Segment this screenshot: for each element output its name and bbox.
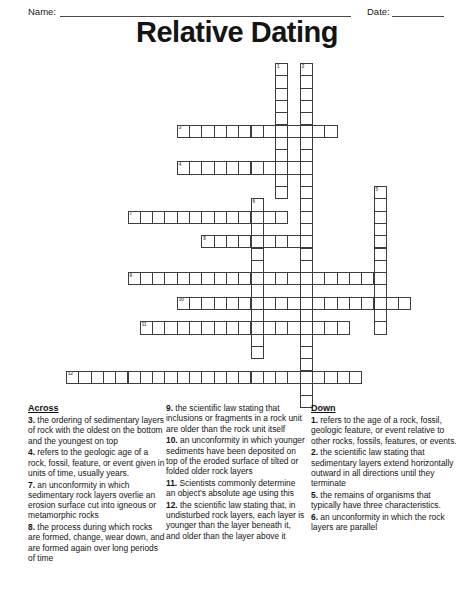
grid-cell[interactable] [300,211,313,224]
grid-cell[interactable] [386,297,399,310]
grid-cell[interactable] [300,137,313,150]
clue-number: 8. [28,522,37,532]
grid-cell[interactable] [374,309,387,322]
grid-cell[interactable] [349,371,362,384]
grid-cell[interactable] [238,161,251,174]
grid-cell[interactable] [214,321,227,334]
grid-cell[interactable] [128,371,141,384]
grid-cell[interactable] [374,272,387,285]
grid-cell[interactable] [263,161,276,174]
grid-cell[interactable] [177,211,190,224]
grid-cell[interactable] [374,321,387,334]
grid-cell[interactable] [300,88,313,101]
grid-cell[interactable] [275,211,288,224]
grid-cell[interactable] [300,112,313,125]
grid-cell[interactable] [251,248,264,261]
grid-cell[interactable]: 4 [177,161,190,174]
grid-cell[interactable] [152,371,165,384]
grid-cell[interactable] [287,161,300,174]
grid-cell[interactable] [275,88,288,101]
grid-cell[interactable] [300,100,313,113]
grid-cell[interactable] [251,125,264,138]
grid-cell[interactable] [287,272,300,285]
grid-cell[interactable] [214,235,227,248]
grid-cell[interactable] [300,75,313,88]
grid-cell[interactable] [287,125,300,138]
grid-cell[interactable] [251,260,264,273]
grid-cell[interactable] [251,297,264,310]
grid-cell[interactable] [140,272,153,285]
grid-cell[interactable] [189,272,202,285]
grid-cell[interactable] [103,371,116,384]
grid-cell[interactable] [275,75,288,88]
grid-cell[interactable] [226,371,239,384]
grid-cell[interactable] [374,235,387,248]
grid-cell[interactable] [374,297,387,310]
grid-cell[interactable] [177,371,190,384]
grid-cell[interactable] [324,321,337,334]
grid-cell[interactable] [251,284,264,297]
grid-cell[interactable] [324,125,337,138]
grid-cell[interactable] [164,371,177,384]
grid-cell[interactable] [263,371,276,384]
grid-cell[interactable] [275,297,288,310]
grid-cell[interactable] [189,371,202,384]
grid-cell[interactable] [251,321,264,334]
grid-cell[interactable] [189,161,202,174]
grid-cell[interactable] [300,358,313,371]
grid-cell[interactable] [152,272,165,285]
clue-item-1: 1. refers to the age of a rock, fossil, … [311,415,457,446]
down-clues-list: 1. refers to the age of a rock, fossil, … [311,415,457,532]
grid-cell[interactable] [275,272,288,285]
grid-cell[interactable] [201,321,214,334]
clue-item-8: 8. the process during which rocks are fo… [28,522,165,563]
crossword-grid: 123456789101112 [66,63,412,409]
grid-cell[interactable] [214,371,227,384]
grid-cell[interactable] [152,211,165,224]
grid-cell[interactable] [349,297,362,310]
grid-cell[interactable]: 8 [201,235,214,248]
cell-number: 4 [179,163,182,168]
grid-cell[interactable]: 10 [177,297,190,310]
clue-item-9: 9. the scientific law stating that inclu… [166,403,307,434]
grid-cell[interactable] [263,125,276,138]
grid-cell[interactable]: 3 [177,125,190,138]
grid-cell[interactable] [312,272,325,285]
grid-cell[interactable]: 11 [140,321,153,334]
grid-cell[interactable] [374,211,387,224]
grid-cell[interactable] [275,100,288,113]
clue-number: 6. [311,512,320,522]
grid-cell[interactable] [226,161,239,174]
grid-cell[interactable] [374,223,387,236]
clue-item-7: 7. an unconformity in which sedimentary … [28,480,165,521]
grid-cell[interactable] [238,321,251,334]
grid-cell[interactable] [189,211,202,224]
grid-cell[interactable] [214,161,227,174]
grid-cell[interactable] [275,125,288,138]
grid-cell[interactable] [374,260,387,273]
grid-cell[interactable] [164,272,177,285]
grid-cell[interactable] [226,125,239,138]
grid-cell[interactable] [251,211,264,224]
across-clues-part2: 9. the scientific law stating that inclu… [166,403,307,541]
grid-cell[interactable] [349,272,362,285]
grid-cell[interactable] [361,297,374,310]
across-heading: Across [28,403,165,413]
cell-number: 5 [376,188,379,193]
grid-cell[interactable] [300,284,313,297]
grid-cell[interactable]: 1 [275,63,288,76]
clue-number: 7. [28,480,37,490]
grid-cell[interactable] [300,186,313,199]
clue-item-4: 4. refers to the geologic age of a rock,… [28,447,165,478]
cell-number: 9 [130,274,133,279]
grid-cell[interactable] [300,321,313,334]
clue-number: 1. [311,415,320,425]
grid-cell[interactable] [189,297,202,310]
grid-cell[interactable] [214,125,227,138]
grid-cell[interactable] [300,149,313,162]
grid-cell[interactable] [374,284,387,297]
grid-cell[interactable] [251,371,264,384]
cell-number: 10 [179,298,184,303]
grid-cell[interactable] [238,211,251,224]
grid-cell[interactable] [189,321,202,334]
clue-number: 3. [28,415,37,425]
grid-cell[interactable] [238,272,251,285]
grid-cell[interactable] [201,297,214,310]
grid-cell[interactable]: 12 [66,371,79,384]
clue-number: 11. [166,478,180,488]
grid-cell[interactable] [287,235,300,248]
grid-cell[interactable] [177,321,190,334]
grid-cell[interactable] [214,211,227,224]
grid-cell[interactable] [312,297,325,310]
grid-cell[interactable] [164,211,177,224]
grid-cell[interactable] [275,161,288,174]
grid-cell[interactable] [275,149,288,162]
grid-cell[interactable] [275,174,288,187]
grid-cell[interactable] [226,272,239,285]
grid-cell[interactable]: 9 [128,272,141,285]
grid-cell[interactable] [337,371,350,384]
grid-cell[interactable] [214,272,227,285]
grid-cell[interactable] [140,211,153,224]
clue-item-12: 12. the scientific law stating that, in … [166,500,307,541]
worksheet-page: Name: Date: Relative Dating 123456789101… [0,0,474,613]
clue-item-6: 6. an unconformity in which the rock lay… [311,512,457,533]
grid-cell[interactable] [201,211,214,224]
grid-cell[interactable] [275,321,288,334]
grid-cell[interactable] [238,235,251,248]
clue-item-2: 2. the scientific law stating that sedim… [311,447,457,488]
grid-cell[interactable] [263,211,276,224]
grid-cell[interactable] [275,186,288,199]
grid-cell[interactable] [398,297,411,310]
grid-cell[interactable] [263,321,276,334]
across-clues-part1: 3. the ordering of sedimentary layers of… [28,415,165,563]
grid-cell[interactable] [238,297,251,310]
clue-number: 5. [311,490,320,500]
grid-cell[interactable] [300,309,313,322]
grid-cell[interactable] [337,297,350,310]
grid-cell[interactable] [300,161,313,174]
cell-number: 8 [203,237,206,242]
clue-item-10: 10. an unconformity in which younger sed… [166,435,307,476]
clue-item-5: 5. the remains of organisms that typical… [311,490,457,511]
grid-cell[interactable] [312,371,325,384]
cell-number: 6 [253,200,256,205]
page-title: Relative Dating [0,16,474,49]
grid-cell[interactable] [263,297,276,310]
grid-cell[interactable] [263,272,276,285]
grid-cell[interactable] [300,297,313,310]
grid-cell[interactable] [324,272,337,285]
grid-cell[interactable] [226,235,239,248]
grid-cell[interactable] [275,371,288,384]
grid-cell[interactable] [201,371,214,384]
grid-cell[interactable] [312,125,325,138]
grid-cell[interactable] [238,125,251,138]
grid-cell[interactable] [300,248,313,261]
grid-cell[interactable] [374,198,387,211]
grid-cell[interactable] [78,371,91,384]
cell-number: 3 [179,126,182,131]
grid-cell[interactable] [324,371,337,384]
grid-cell[interactable] [152,321,165,334]
grid-cell[interactable] [263,235,276,248]
grid-cell[interactable] [287,321,300,334]
cell-number: 1 [277,65,280,70]
clue-number: 10. [166,435,180,445]
grid-cell[interactable] [300,383,313,396]
grid-cell[interactable] [251,309,264,322]
grid-cell[interactable] [201,125,214,138]
grid-cell[interactable] [300,334,313,347]
grid-cell[interactable] [312,321,325,334]
across-clues-column: Across 3. the ordering of sedimentary la… [28,403,165,565]
grid-cell[interactable] [177,272,190,285]
grid-cell[interactable] [361,272,374,285]
grid-cell[interactable] [140,371,153,384]
grid-cell[interactable] [324,297,337,310]
grid-cell[interactable] [337,321,350,334]
across-clues-column-2: 9. the scientific law stating that inclu… [166,403,307,542]
grid-cell[interactable] [251,235,264,248]
clue-number: 2. [311,447,320,457]
grid-cell[interactable] [226,321,239,334]
grid-cell[interactable] [91,371,104,384]
grid-cell[interactable] [300,125,313,138]
grid-cell[interactable] [300,371,313,384]
grid-cell[interactable] [300,198,313,211]
grid-cell[interactable]: 6 [251,198,264,211]
down-heading: Down [311,403,457,413]
grid-cell[interactable] [300,346,313,359]
cell-number: 2 [302,65,305,70]
grid-cell[interactable] [201,161,214,174]
grid-cell[interactable] [226,297,239,310]
grid-cell[interactable] [275,235,288,248]
grid-cell[interactable]: 5 [374,186,387,199]
grid-cell[interactable] [251,334,264,347]
grid-cell[interactable] [164,321,177,334]
grid-cell[interactable] [300,272,313,285]
grid-cell[interactable] [300,235,313,248]
grid-cell[interactable] [251,272,264,285]
clue-number: 4. [28,447,37,457]
grid-cell[interactable] [251,161,264,174]
grid-cell[interactable] [337,272,350,285]
grid-cell[interactable] [214,297,227,310]
grid-cell[interactable] [287,297,300,310]
clue-number: 9. [166,403,175,413]
grid-cell[interactable]: 2 [300,63,313,76]
grid-cell[interactable] [115,371,128,384]
down-clues-column: Down 1. refers to the age of a rock, fos… [311,403,457,534]
grid-cell[interactable] [300,223,313,236]
grid-cell[interactable] [275,137,288,150]
cell-number: 7 [130,212,133,217]
grid-cell[interactable] [251,223,264,236]
grid-cell[interactable] [201,272,214,285]
grid-cell[interactable] [300,174,313,187]
grid-cell[interactable] [238,371,251,384]
grid-cell[interactable] [287,371,300,384]
grid-cell[interactable] [300,260,313,273]
grid-cell[interactable] [275,112,288,125]
grid-cell[interactable]: 7 [128,211,141,224]
grid-cell[interactable] [189,125,202,138]
grid-cell[interactable] [374,248,387,261]
grid-cell[interactable] [226,211,239,224]
clue-number: 12. [166,500,180,510]
clue-item-11: 11. Scientists commonly determine an obj… [166,478,307,499]
clue-item-3: 3. the ordering of sedimentary layers of… [28,415,165,446]
cell-number: 11 [142,323,147,328]
cell-number: 12 [68,372,73,377]
grid-cell[interactable] [251,346,264,359]
